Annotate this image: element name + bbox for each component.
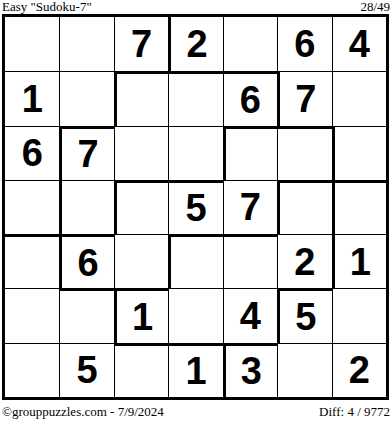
cell-r6c5[interactable]: 4 (223, 288, 277, 342)
given-digit: 7 (240, 188, 261, 226)
header: Easy "Sudoku-7" 28/49 (0, 0, 391, 14)
cell-r7c5[interactable]: 3 (223, 343, 277, 397)
sudoku-board: 726416767576211455132 (2, 14, 389, 400)
cell-r2c4[interactable] (168, 71, 222, 125)
cell-r1c5[interactable] (223, 17, 277, 71)
given-digit: 6 (78, 244, 99, 282)
cell-r2c7[interactable] (332, 71, 386, 125)
cell-r3c1[interactable]: 6 (5, 126, 59, 180)
cell-r1c1[interactable] (5, 17, 59, 71)
given-digit: 5 (295, 298, 316, 336)
cell-r3c7[interactable] (332, 126, 386, 180)
given-digit: 1 (22, 80, 43, 118)
cell-r7c7[interactable]: 2 (332, 343, 386, 397)
cell-r5c5[interactable] (223, 234, 277, 288)
cell-r4c4[interactable]: 5 (168, 180, 222, 234)
given-digit: 2 (349, 351, 370, 389)
cell-r6c4[interactable] (168, 288, 222, 342)
given-digit: 6 (240, 81, 261, 119)
cell-r7c4[interactable]: 1 (168, 343, 222, 397)
cell-r6c2[interactable] (59, 288, 113, 342)
cell-r2c5[interactable]: 6 (223, 71, 277, 125)
footer: ©grouppuzzles.com - 7/9/2024 Diff: 4 / 9… (0, 404, 391, 419)
given-digit: 6 (294, 25, 315, 63)
given-digit: 5 (185, 189, 206, 227)
cell-r7c2[interactable]: 5 (59, 343, 113, 397)
cell-r3c4[interactable] (168, 126, 222, 180)
cell-r5c6[interactable]: 2 (277, 234, 331, 288)
cell-r5c7[interactable]: 1 (332, 234, 386, 288)
given-digit: 1 (350, 243, 371, 281)
cell-r1c3[interactable]: 7 (114, 17, 168, 71)
given-digit: 6 (22, 134, 43, 172)
cell-r4c7[interactable] (332, 180, 386, 234)
puzzle-page: Easy "Sudoku-7" 28/49 726416767576211455… (0, 0, 391, 426)
given-digit: 1 (132, 298, 153, 336)
cell-r5c1[interactable] (5, 234, 59, 288)
puzzle-title: Easy "Sudoku-7" (0, 0, 92, 13)
cell-r2c3[interactable] (114, 71, 168, 125)
cell-r6c7[interactable] (332, 288, 386, 342)
cell-r3c6[interactable] (277, 126, 331, 180)
cell-r6c6[interactable]: 5 (277, 288, 331, 342)
cell-r7c3[interactable] (114, 343, 168, 397)
cell-r5c3[interactable] (114, 234, 168, 288)
given-digit: 1 (185, 352, 206, 390)
difficulty-text: Diff: 4 / 9772 (319, 404, 391, 419)
cell-r5c4[interactable] (168, 234, 222, 288)
given-digit: 4 (349, 25, 370, 63)
cell-r1c7[interactable]: 4 (332, 17, 386, 71)
given-digit: 5 (77, 351, 98, 389)
cell-r4c5[interactable]: 7 (223, 180, 277, 234)
cell-r6c3[interactable]: 1 (114, 288, 168, 342)
cell-r1c4[interactable]: 2 (168, 17, 222, 71)
puzzle-counter: 28/49 (360, 0, 391, 13)
cell-r4c6[interactable] (277, 180, 331, 234)
cell-r3c5[interactable] (223, 126, 277, 180)
cell-r7c6[interactable] (277, 343, 331, 397)
cell-r2c1[interactable]: 1 (5, 71, 59, 125)
cell-r3c3[interactable] (114, 126, 168, 180)
given-digit: 7 (295, 80, 316, 118)
cell-r7c1[interactable] (5, 343, 59, 397)
cell-r4c1[interactable] (5, 180, 59, 234)
cell-r3c2[interactable]: 7 (59, 126, 113, 180)
given-digit: 4 (240, 297, 261, 335)
given-digit: 2 (294, 243, 315, 281)
given-digit: 7 (78, 135, 99, 173)
cell-r2c6[interactable]: 7 (277, 71, 331, 125)
cell-r6c1[interactable] (5, 288, 59, 342)
cell-r5c2[interactable]: 6 (59, 234, 113, 288)
given-digit: 2 (186, 25, 207, 63)
cell-r1c6[interactable]: 6 (277, 17, 331, 71)
copyright-text: ©grouppuzzles.com - 7/9/2024 (0, 404, 164, 419)
cell-r4c2[interactable] (59, 180, 113, 234)
cell-r4c3[interactable] (114, 180, 168, 234)
given-digit: 3 (241, 352, 262, 390)
cell-r1c2[interactable] (59, 17, 113, 71)
cell-r2c2[interactable] (59, 71, 113, 125)
given-digit: 7 (131, 25, 152, 63)
